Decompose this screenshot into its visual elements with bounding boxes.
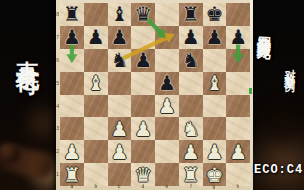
square-f3[interactable]: ♞ xyxy=(179,117,203,140)
variation-subtitle: 对称变例B xyxy=(281,60,297,93)
piece-white-pawn[interactable]: ♟ xyxy=(63,142,81,162)
square-b3[interactable] xyxy=(84,117,108,140)
rank-label-7: 7 xyxy=(56,34,59,39)
piece-white-knight[interactable]: ♞ xyxy=(182,119,200,139)
piece-white-pawn[interactable]: ♟ xyxy=(158,96,176,116)
square-h2[interactable]: ♟ xyxy=(226,140,250,163)
piece-white-rook[interactable]: ♜ xyxy=(63,165,81,185)
square-c6[interactable]: ♞ xyxy=(108,49,132,72)
square-a7[interactable]: ♟ xyxy=(60,26,84,49)
square-e7[interactable] xyxy=(155,26,179,49)
square-d2[interactable] xyxy=(131,140,155,163)
square-a3[interactable] xyxy=(60,117,84,140)
rank-label-5: 5 xyxy=(56,80,59,85)
square-a4[interactable] xyxy=(60,95,84,118)
square-d6[interactable]: ♟ xyxy=(131,49,155,72)
piece-white-king[interactable]: ♚ xyxy=(205,165,223,185)
eco-label: ECO:C4 xyxy=(254,163,303,177)
square-h6[interactable] xyxy=(226,49,250,72)
piece-black-pawn[interactable]: ♟ xyxy=(229,27,247,47)
piece-black-knight[interactable]: ♞ xyxy=(182,50,200,70)
square-g8[interactable]: ♚ xyxy=(203,3,227,26)
square-c7[interactable]: ♟ xyxy=(108,26,132,49)
square-c3[interactable]: ♟ xyxy=(108,117,132,140)
square-g6[interactable] xyxy=(203,49,227,72)
piece-black-pawn[interactable]: ♟ xyxy=(182,27,200,47)
piece-black-pawn[interactable]: ♟ xyxy=(87,27,105,47)
square-b8[interactable] xyxy=(84,3,108,26)
square-f2[interactable]: ♟ xyxy=(179,140,203,163)
fallen-chess-piece-head xyxy=(0,143,20,163)
square-a2[interactable]: ♟ xyxy=(60,140,84,163)
background-blur-left xyxy=(28,95,58,150)
piece-white-pawn[interactable]: ♟ xyxy=(110,119,128,139)
background-blur-right-dark xyxy=(265,95,299,155)
piece-black-pawn[interactable]: ♟ xyxy=(158,73,176,93)
square-d1[interactable]: ♛ xyxy=(131,163,155,186)
square-d3[interactable]: ♟ xyxy=(131,117,155,140)
piece-white-pawn[interactable]: ♟ xyxy=(110,142,128,162)
rank-label-4: 4 xyxy=(56,103,59,108)
piece-white-pawn[interactable]: ♟ xyxy=(205,142,223,162)
piece-black-rook[interactable]: ♜ xyxy=(182,4,200,24)
rank-label-8: 8 xyxy=(56,11,59,16)
square-b4[interactable] xyxy=(84,95,108,118)
square-e3[interactable] xyxy=(155,117,179,140)
square-h8[interactable] xyxy=(226,3,250,26)
square-c5[interactable] xyxy=(108,72,132,95)
square-c8[interactable]: ♝ xyxy=(108,3,132,26)
piece-black-pawn[interactable]: ♟ xyxy=(134,50,152,70)
square-g2[interactable]: ♟ xyxy=(203,140,227,163)
square-b2[interactable] xyxy=(84,140,108,163)
square-e2[interactable] xyxy=(155,140,179,163)
piece-white-queen[interactable]: ♛ xyxy=(134,165,152,185)
piece-white-pawn[interactable]: ♟ xyxy=(134,119,152,139)
square-g5[interactable]: ♝ xyxy=(203,72,227,95)
piece-black-pawn[interactable]: ♟ xyxy=(63,27,81,47)
square-c4[interactable] xyxy=(108,95,132,118)
square-d5[interactable] xyxy=(131,72,155,95)
piece-black-rook[interactable]: ♜ xyxy=(63,4,81,24)
square-a6[interactable] xyxy=(60,49,84,72)
square-h3[interactable] xyxy=(226,117,250,140)
file-label-e: e xyxy=(163,183,170,188)
piece-black-king[interactable]: ♚ xyxy=(205,4,223,24)
square-f7[interactable]: ♟ xyxy=(179,26,203,49)
square-f1[interactable]: ♜ xyxy=(179,163,203,186)
piece-white-bishop[interactable]: ♝ xyxy=(87,73,105,93)
chess-board: ♜♝♛♜♚♟♟♟♟♟♟♞♟♞♝♟♝♟♟♟♞♟♟♟♟♟♜♛♜♚ 87654321 … xyxy=(56,0,253,190)
rank-label-2: 2 xyxy=(56,149,59,154)
square-e8[interactable] xyxy=(155,3,179,26)
square-f8[interactable]: ♜ xyxy=(179,3,203,26)
square-b6[interactable] xyxy=(84,49,108,72)
piece-black-pawn[interactable]: ♟ xyxy=(110,27,128,47)
square-f6[interactable]: ♞ xyxy=(179,49,203,72)
square-f5[interactable] xyxy=(179,72,203,95)
piece-white-pawn[interactable]: ♟ xyxy=(182,142,200,162)
square-f4[interactable] xyxy=(179,95,203,118)
background-blur-right xyxy=(250,120,304,190)
rank-label-6: 6 xyxy=(56,57,59,62)
square-b7[interactable]: ♟ xyxy=(84,26,108,49)
piece-black-bishop[interactable]: ♝ xyxy=(110,4,128,24)
square-b5[interactable]: ♝ xyxy=(84,72,108,95)
square-h7[interactable]: ♟ xyxy=(226,26,250,49)
piece-white-pawn[interactable]: ♟ xyxy=(229,142,247,162)
fallen-chess-piece-photo xyxy=(0,141,56,181)
piece-white-bishop[interactable]: ♝ xyxy=(205,73,223,93)
eval-tick xyxy=(249,88,252,94)
rank-label-1: 1 xyxy=(56,172,59,177)
opening-title: 四马开局转西班牙九 xyxy=(256,26,274,36)
file-label-h: h xyxy=(235,183,242,188)
rank-label-3: 3 xyxy=(56,126,59,131)
board-grid: ♜♝♛♜♚♟♟♟♟♟♟♞♟♞♝♟♝♟♟♟♞♟♟♟♟♟♜♛♜♚ xyxy=(60,3,250,186)
square-g3[interactable] xyxy=(203,117,227,140)
square-h4[interactable] xyxy=(226,95,250,118)
square-h5[interactable] xyxy=(226,72,250,95)
left-watermark: 直隶亿可 xyxy=(13,42,44,62)
square-d4[interactable] xyxy=(131,95,155,118)
piece-white-rook[interactable]: ♜ xyxy=(182,165,200,185)
board-right-edge xyxy=(250,0,253,190)
square-d7[interactable] xyxy=(131,26,155,49)
square-g7[interactable]: ♟ xyxy=(203,26,227,49)
square-d8[interactable]: ♛ xyxy=(131,3,155,26)
square-g1[interactable]: ♚ xyxy=(203,163,227,186)
square-a1[interactable]: ♜ xyxy=(60,163,84,186)
square-c2[interactable]: ♟ xyxy=(108,140,132,163)
video-frame: ♜♝♛♜♚♟♟♟♟♟♟♞♟♞♝♟♝♟♟♟♞♟♟♟♟♟♜♛♜♚ 87654321 … xyxy=(0,0,304,190)
square-a8[interactable]: ♜ xyxy=(60,3,84,26)
file-label-c: c xyxy=(116,183,123,188)
square-e5[interactable]: ♟ xyxy=(155,72,179,95)
square-e6[interactable] xyxy=(155,49,179,72)
file-label-b: b xyxy=(92,183,99,188)
square-a5[interactable] xyxy=(60,72,84,95)
square-g4[interactable] xyxy=(203,95,227,118)
piece-black-pawn[interactable]: ♟ xyxy=(205,27,223,47)
piece-black-knight[interactable]: ♞ xyxy=(110,50,128,70)
square-e4[interactable]: ♟ xyxy=(155,95,179,118)
piece-black-queen[interactable]: ♛ xyxy=(134,4,152,24)
